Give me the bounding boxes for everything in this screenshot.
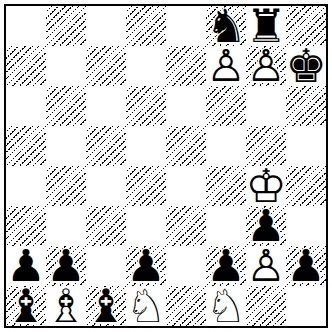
square-h4 bbox=[286, 166, 326, 206]
chess-diagram: ♞♞♜♜♟♙♟♙♚♚♚♔♟♟♟♟♟♟♟♟♟♟♟♙♟♟♝♝♝♗♝♝♞♘♞♘ bbox=[0, 0, 332, 332]
piece-fill-black-rook: ♜ bbox=[246, 6, 286, 46]
square-c7 bbox=[86, 46, 126, 86]
square-c4 bbox=[86, 166, 126, 206]
square-e8 bbox=[166, 6, 206, 46]
piece-fill-white-pawn: ♟ bbox=[246, 46, 286, 86]
square-b3 bbox=[46, 206, 86, 246]
square-g5 bbox=[246, 126, 286, 166]
square-b8 bbox=[46, 6, 86, 46]
square-e6 bbox=[166, 86, 206, 126]
square-g8: ♜♜ bbox=[246, 6, 286, 46]
square-g2: ♟♙ bbox=[246, 246, 286, 286]
square-b4 bbox=[46, 166, 86, 206]
square-g4: ♚♔ bbox=[246, 166, 286, 206]
square-d6 bbox=[126, 86, 166, 126]
square-a6 bbox=[6, 86, 46, 126]
piece-fill-black-pawn: ♟ bbox=[286, 246, 326, 286]
square-f2: ♟♟ bbox=[206, 246, 246, 286]
square-d8 bbox=[126, 6, 166, 46]
piece-fill-black-pawn: ♟ bbox=[126, 246, 166, 286]
piece-white-pawn: ♙ bbox=[206, 46, 246, 86]
square-h3 bbox=[286, 206, 326, 246]
square-f6 bbox=[206, 86, 246, 126]
square-c3 bbox=[86, 206, 126, 246]
piece-fill-white-knight: ♞ bbox=[206, 286, 246, 326]
piece-fill-white-king: ♚ bbox=[246, 166, 286, 206]
square-d4 bbox=[126, 166, 166, 206]
square-c5 bbox=[86, 126, 126, 166]
square-a2: ♟♟ bbox=[6, 246, 46, 286]
piece-black-pawn: ♟ bbox=[6, 246, 46, 286]
piece-fill-black-bishop: ♝ bbox=[6, 286, 46, 326]
square-f3 bbox=[206, 206, 246, 246]
square-d3 bbox=[126, 206, 166, 246]
piece-fill-black-bishop: ♝ bbox=[86, 286, 126, 326]
piece-white-bishop: ♗ bbox=[46, 286, 86, 326]
piece-fill-white-knight: ♞ bbox=[126, 286, 166, 326]
square-c8 bbox=[86, 6, 126, 46]
piece-black-pawn: ♟ bbox=[126, 246, 166, 286]
square-g6 bbox=[246, 86, 286, 126]
square-a3 bbox=[6, 206, 46, 246]
chess-board: ♞♞♜♜♟♙♟♙♚♚♚♔♟♟♟♟♟♟♟♟♟♟♟♙♟♟♝♝♝♗♝♝♞♘♞♘ bbox=[6, 6, 326, 326]
piece-black-bishop: ♝ bbox=[86, 286, 126, 326]
piece-fill-black-pawn: ♟ bbox=[6, 246, 46, 286]
square-e5 bbox=[166, 126, 206, 166]
square-h8 bbox=[286, 6, 326, 46]
piece-white-pawn: ♙ bbox=[246, 46, 286, 86]
piece-black-pawn: ♟ bbox=[46, 246, 86, 286]
square-f7: ♟♙ bbox=[206, 46, 246, 86]
piece-black-rook: ♜ bbox=[246, 6, 286, 46]
piece-fill-black-pawn: ♟ bbox=[246, 206, 286, 246]
piece-fill-white-pawn: ♟ bbox=[206, 46, 246, 86]
piece-white-knight: ♘ bbox=[206, 286, 246, 326]
piece-fill-white-bishop: ♝ bbox=[46, 286, 86, 326]
square-d7 bbox=[126, 46, 166, 86]
square-e2 bbox=[166, 246, 206, 286]
square-h1 bbox=[286, 286, 326, 326]
piece-black-king: ♚ bbox=[286, 46, 326, 86]
square-d2: ♟♟ bbox=[126, 246, 166, 286]
square-g7: ♟♙ bbox=[246, 46, 286, 86]
square-f5 bbox=[206, 126, 246, 166]
square-g1 bbox=[246, 286, 286, 326]
square-e7 bbox=[166, 46, 206, 86]
piece-white-pawn: ♙ bbox=[246, 246, 286, 286]
piece-white-knight: ♘ bbox=[126, 286, 166, 326]
piece-black-knight: ♞ bbox=[206, 6, 246, 46]
square-h6 bbox=[286, 86, 326, 126]
square-a4 bbox=[6, 166, 46, 206]
square-f8: ♞♞ bbox=[206, 6, 246, 46]
square-h2: ♟♟ bbox=[286, 246, 326, 286]
square-b2: ♟♟ bbox=[46, 246, 86, 286]
square-a8 bbox=[6, 6, 46, 46]
square-g3: ♟♟ bbox=[246, 206, 286, 246]
square-h7: ♚♚ bbox=[286, 46, 326, 86]
square-a1: ♝♝ bbox=[6, 286, 46, 326]
square-d5 bbox=[126, 126, 166, 166]
square-c6 bbox=[86, 86, 126, 126]
piece-fill-black-knight: ♞ bbox=[206, 6, 246, 46]
square-a7 bbox=[6, 46, 46, 86]
square-b7 bbox=[46, 46, 86, 86]
piece-fill-white-pawn: ♟ bbox=[246, 246, 286, 286]
piece-black-pawn: ♟ bbox=[286, 246, 326, 286]
piece-fill-black-pawn: ♟ bbox=[206, 246, 246, 286]
piece-black-bishop: ♝ bbox=[6, 286, 46, 326]
square-b5 bbox=[46, 126, 86, 166]
square-b1: ♝♗ bbox=[46, 286, 86, 326]
square-f4 bbox=[206, 166, 246, 206]
square-e4 bbox=[166, 166, 206, 206]
square-c1: ♝♝ bbox=[86, 286, 126, 326]
piece-fill-black-king: ♚ bbox=[286, 46, 326, 86]
square-a5 bbox=[6, 126, 46, 166]
square-b6 bbox=[46, 86, 86, 126]
square-e1 bbox=[166, 286, 206, 326]
piece-white-king: ♔ bbox=[246, 166, 286, 206]
square-d1: ♞♘ bbox=[126, 286, 166, 326]
square-e3 bbox=[166, 206, 206, 246]
board-frame: ♞♞♜♜♟♙♟♙♚♚♚♔♟♟♟♟♟♟♟♟♟♟♟♙♟♟♝♝♝♗♝♝♞♘♞♘ bbox=[4, 4, 328, 328]
piece-black-pawn: ♟ bbox=[246, 206, 286, 246]
piece-black-pawn: ♟ bbox=[206, 246, 246, 286]
square-c2 bbox=[86, 246, 126, 286]
square-h5 bbox=[286, 126, 326, 166]
piece-fill-black-pawn: ♟ bbox=[46, 246, 86, 286]
square-f1: ♞♘ bbox=[206, 286, 246, 326]
